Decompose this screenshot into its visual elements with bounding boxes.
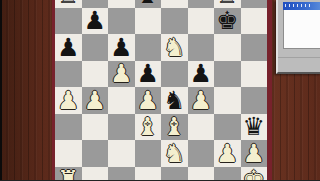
square-f5[interactable]: ♟ — [188, 61, 215, 88]
square-e4[interactable]: ♞ — [161, 87, 188, 114]
white-bishop[interactable]: ♝ — [163, 114, 185, 139]
square-h8[interactable] — [241, 0, 268, 8]
square-d8[interactable]: ♝ — [135, 0, 162, 8]
white-pawn[interactable]: ♟ — [57, 88, 79, 113]
square-d7[interactable] — [135, 8, 162, 35]
white-pawn[interactable]: ♟ — [216, 141, 238, 166]
square-e5[interactable] — [161, 61, 188, 88]
square-b7[interactable]: ♟ — [82, 8, 109, 35]
square-c1[interactable] — [108, 167, 135, 181]
square-a1[interactable]: ♜ — [55, 167, 82, 181]
square-g2[interactable]: ♟ — [214, 140, 241, 167]
left-edge-strip — [0, 0, 2, 180]
square-e2[interactable]: ♞ — [161, 140, 188, 167]
square-f7[interactable] — [188, 8, 215, 35]
black-pawn[interactable]: ♟ — [137, 61, 159, 86]
square-c3[interactable] — [108, 114, 135, 141]
square-e8[interactable] — [161, 0, 188, 8]
black-pawn[interactable]: ♟ — [190, 61, 212, 86]
square-g5[interactable] — [214, 61, 241, 88]
window-list-panel[interactable] — [283, 10, 320, 49]
square-h5[interactable] — [241, 61, 268, 88]
square-a6[interactable]: ♟ — [55, 34, 82, 61]
square-b5[interactable] — [82, 61, 109, 88]
square-a3[interactable] — [55, 114, 82, 141]
black-queen[interactable]: ♛ — [243, 114, 265, 139]
side-app-window[interactable] — [276, 0, 320, 74]
square-d2[interactable] — [135, 140, 162, 167]
window-titlebar[interactable] — [283, 2, 320, 10]
titlebar-glyphs — [285, 4, 311, 7]
square-b4[interactable]: ♟ — [82, 87, 109, 114]
square-g6[interactable] — [214, 34, 241, 61]
square-a8[interactable]: ♜ — [55, 0, 82, 8]
white-pawn[interactable]: ♟ — [190, 88, 212, 113]
square-c2[interactable] — [108, 140, 135, 167]
square-h4[interactable] — [241, 87, 268, 114]
square-f6[interactable] — [188, 34, 215, 61]
square-h7[interactable] — [241, 8, 268, 35]
square-a7[interactable] — [55, 8, 82, 35]
square-c8[interactable] — [108, 0, 135, 8]
black-rook[interactable]: ♜ — [57, 0, 79, 7]
white-knight[interactable]: ♞ — [163, 35, 185, 60]
square-f8[interactable] — [188, 0, 215, 8]
square-d6[interactable] — [135, 34, 162, 61]
white-knight[interactable]: ♞ — [163, 141, 185, 166]
white-pawn[interactable]: ♟ — [84, 88, 106, 113]
square-h6[interactable] — [241, 34, 268, 61]
square-d3[interactable]: ♝ — [135, 114, 162, 141]
square-a4[interactable]: ♟ — [55, 87, 82, 114]
square-b6[interactable] — [82, 34, 109, 61]
black-knight[interactable]: ♞ — [163, 88, 185, 113]
square-f3[interactable] — [188, 114, 215, 141]
square-d4[interactable]: ♟ — [135, 87, 162, 114]
window-seam — [278, 57, 320, 58]
white-bishop[interactable]: ♝ — [137, 114, 159, 139]
square-g1[interactable] — [214, 167, 241, 181]
white-pawn[interactable]: ♟ — [243, 141, 265, 166]
black-pawn[interactable]: ♟ — [57, 35, 79, 60]
square-e3[interactable]: ♝ — [161, 114, 188, 141]
black-bishop[interactable]: ♝ — [137, 0, 159, 7]
square-h2[interactable]: ♟ — [241, 140, 268, 167]
square-b3[interactable] — [82, 114, 109, 141]
white-pawn[interactable]: ♟ — [110, 61, 132, 86]
white-rook[interactable]: ♜ — [57, 167, 79, 180]
square-e6[interactable]: ♞ — [161, 34, 188, 61]
white-king[interactable]: ♚ — [243, 167, 265, 180]
black-king[interactable]: ♚ — [216, 8, 238, 33]
square-a2[interactable] — [55, 140, 82, 167]
square-g3[interactable] — [214, 114, 241, 141]
square-f4[interactable]: ♟ — [188, 87, 215, 114]
square-c5[interactable]: ♟ — [108, 61, 135, 88]
square-g4[interactable] — [214, 87, 241, 114]
white-pawn[interactable]: ♟ — [137, 88, 159, 113]
square-c6[interactable]: ♟ — [108, 34, 135, 61]
black-pawn[interactable]: ♟ — [84, 8, 106, 33]
square-h3[interactable]: ♛ — [241, 114, 268, 141]
square-e1[interactable] — [161, 167, 188, 181]
square-c7[interactable] — [108, 8, 135, 35]
square-g7[interactable]: ♚ — [214, 8, 241, 35]
black-pawn[interactable]: ♟ — [110, 35, 132, 60]
chess-board: ♜♝♜♟♚♟♟♞♟♟♟♟♟♟♞♟♝♝♛♞♟♟♜♚ — [52, 0, 272, 180]
square-d5[interactable]: ♟ — [135, 61, 162, 88]
square-f1[interactable] — [188, 167, 215, 181]
square-a5[interactable] — [55, 61, 82, 88]
square-e7[interactable] — [161, 8, 188, 35]
square-h1[interactable]: ♚ — [241, 167, 268, 181]
square-b1[interactable] — [82, 167, 109, 181]
square-d1[interactable] — [135, 167, 162, 181]
square-c4[interactable] — [108, 87, 135, 114]
square-b2[interactable] — [82, 140, 109, 167]
square-f2[interactable] — [188, 140, 215, 167]
screen: ♜♝♜♟♚♟♟♞♟♟♟♟♟♟♞♟♝♝♛♞♟♟♜♚ — [0, 0, 320, 180]
